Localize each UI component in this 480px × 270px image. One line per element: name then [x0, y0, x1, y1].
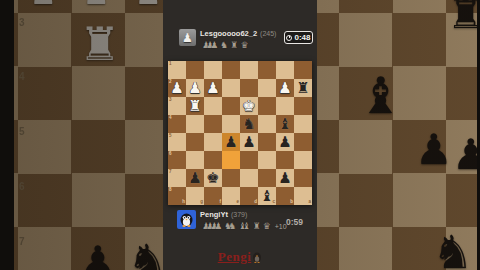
square-g2[interactable]: ♟ [186, 79, 204, 97]
rank-label: 1 [169, 62, 172, 67]
square-e8[interactable]: e [222, 187, 240, 205]
square-h4[interactable]: 4 [168, 115, 186, 133]
square-b3[interactable] [276, 97, 294, 115]
black-knight[interactable]: ♞ [240, 115, 258, 133]
square-e6[interactable] [222, 151, 240, 169]
square-b8[interactable]: b [276, 187, 294, 205]
square-a3[interactable] [294, 97, 312, 115]
square-c1[interactable] [258, 61, 276, 79]
penguin-avatar-icon [179, 212, 194, 227]
square-c4[interactable] [258, 115, 276, 133]
captured-bishop-icon: ♝ [243, 221, 251, 231]
top-player-time: 0:48 [294, 33, 310, 42]
rank-label: 5 [169, 134, 172, 139]
black-pawn[interactable]: ♟ [186, 169, 204, 187]
captured-queen-icon: ♛ [240, 40, 248, 50]
bottom-player-name-row: PengiYt(379) [200, 210, 247, 219]
captured-rook-icon: ♜ [230, 40, 238, 50]
square-e1[interactable] [222, 61, 240, 79]
black-bishop[interactable]: ♝ [276, 115, 294, 133]
left-edge-strip [0, 0, 14, 270]
square-d2[interactable] [240, 79, 258, 97]
square-e4[interactable] [222, 115, 240, 133]
square-h8[interactable]: 8h [168, 187, 186, 205]
top-player-clock: 0:48 [284, 31, 313, 44]
file-label: d [254, 200, 257, 205]
square-h3[interactable]: 3 [168, 97, 186, 115]
bottom-player-name: PengiYt [200, 210, 228, 219]
top-player-name: Lesgooooo62_2 [200, 29, 257, 38]
square-c6[interactable] [258, 151, 276, 169]
black-pawn[interactable]: ♟ [222, 133, 240, 151]
rank-label: 7 [169, 170, 172, 175]
square-b4[interactable]: ♝ [276, 115, 294, 133]
square-f4[interactable] [204, 115, 222, 133]
square-d6[interactable] [240, 151, 258, 169]
penguin-icon [252, 252, 262, 263]
captured-rook-icon: ♜ [253, 221, 261, 231]
black-pawn[interactable]: ♟ [276, 169, 294, 187]
square-f6[interactable] [204, 151, 222, 169]
file-label: h [182, 200, 185, 205]
square-f2[interactable]: ♟ [204, 79, 222, 97]
rank-label: 2 [169, 80, 172, 85]
square-a7[interactable] [294, 169, 312, 187]
material-advantage: +10 [275, 223, 287, 230]
white-king[interactable]: ♚ [240, 97, 258, 115]
square-c7[interactable] [258, 169, 276, 187]
square-h6[interactable]: 6 [168, 151, 186, 169]
square-e5[interactable]: ♟ [222, 133, 240, 151]
file-label: c [272, 200, 275, 205]
bottom-player-captured-pieces: ♟♟♟♟♞♞♝♝♜♛+10 [200, 221, 287, 231]
rank-label: 4 [169, 116, 172, 121]
bottom-player-avatar [177, 210, 196, 229]
square-g3[interactable]: ♜ [186, 97, 204, 115]
square-h2[interactable]: ♟2 [168, 79, 186, 97]
chess-piece-avatar-icon: ♟ [182, 32, 193, 44]
captured-pawn-icon: ♟ [214, 221, 222, 231]
black-pawn[interactable]: ♟ [240, 133, 258, 151]
square-a4[interactable] [294, 115, 312, 133]
white-pawn[interactable]: ♟ [186, 79, 204, 97]
square-d8[interactable]: d [240, 187, 258, 205]
square-f3[interactable] [204, 97, 222, 115]
pengi-logo: Pengi [163, 247, 317, 265]
square-a8[interactable]: a [294, 187, 312, 205]
square-d7[interactable] [240, 169, 258, 187]
top-player-avatar: ♟ [179, 29, 196, 46]
rank-label: 3 [169, 98, 172, 103]
square-b2[interactable]: ♟ [276, 79, 294, 97]
square-g6[interactable] [186, 151, 204, 169]
square-h1[interactable]: 1 [168, 61, 186, 79]
square-d4[interactable]: ♞ [240, 115, 258, 133]
chess-board[interactable]: 1♟2♟♟♟♜3♜♚4♞♝5♟♟♟67♟♚♟8hgfed♝cba [168, 61, 312, 205]
top-player-captured-pieces: ♟♟♟♞♜♛ [200, 40, 248, 50]
square-e7[interactable] [222, 169, 240, 187]
square-e2[interactable] [222, 79, 240, 97]
white-rook[interactable]: ♜ [186, 97, 204, 115]
white-pawn[interactable]: ♟ [276, 79, 294, 97]
square-d5[interactable]: ♟ [240, 133, 258, 151]
white-pawn[interactable]: ♟ [204, 79, 222, 97]
file-label: e [236, 200, 239, 205]
square-a6[interactable] [294, 151, 312, 169]
file-label: f [220, 200, 222, 205]
black-king[interactable]: ♚ [204, 169, 222, 187]
square-b7[interactable]: ♟ [276, 169, 294, 187]
square-c3[interactable] [258, 97, 276, 115]
file-label: g [200, 200, 203, 205]
square-g5[interactable] [186, 133, 204, 151]
square-g1[interactable] [186, 61, 204, 79]
square-g7[interactable]: ♟ [186, 169, 204, 187]
square-g4[interactable] [186, 115, 204, 133]
square-e3[interactable] [222, 97, 240, 115]
square-c8[interactable]: ♝c [258, 187, 276, 205]
captured-queen-icon: ♛ [263, 221, 271, 231]
file-label: a [308, 200, 311, 205]
captured-pawn-icon: ♟ [210, 40, 218, 50]
square-d1[interactable] [240, 61, 258, 79]
rank-label: 6 [169, 152, 172, 157]
captured-knight-icon: ♞ [220, 40, 228, 50]
square-f5[interactable] [204, 133, 222, 151]
square-f7[interactable]: ♚ [204, 169, 222, 187]
top-player-rating: (245) [260, 30, 276, 37]
square-b1[interactable] [276, 61, 294, 79]
square-g8[interactable]: g [186, 187, 204, 205]
clock-icon [286, 35, 292, 41]
square-b5[interactable]: ♟ [276, 133, 294, 151]
square-c5[interactable] [258, 133, 276, 151]
file-label: b [290, 200, 293, 205]
square-c2[interactable] [258, 79, 276, 97]
square-b6[interactable] [276, 151, 294, 169]
square-f1[interactable] [204, 61, 222, 79]
square-f8[interactable]: f [204, 187, 222, 205]
pengi-logo-text: Pengi [218, 249, 252, 264]
square-h7[interactable]: 7 [168, 169, 186, 187]
square-a5[interactable] [294, 133, 312, 151]
square-h5[interactable]: 5 [168, 133, 186, 151]
square-a2[interactable]: ♜ [294, 79, 312, 97]
captured-knight-icon: ♞ [228, 221, 236, 231]
square-a1[interactable] [294, 61, 312, 79]
black-rook[interactable]: ♜ [294, 79, 312, 97]
bottom-player-clock: 0:59 [286, 217, 303, 227]
square-d3[interactable]: ♚ [240, 97, 258, 115]
rank-label: 8 [169, 188, 172, 193]
bottom-player-rating: (379) [231, 211, 247, 218]
top-player-name-row: Lesgooooo62_2(245) [200, 29, 276, 38]
game-panel: ♟ Lesgooooo62_2(245) ♟♟♟♞♜♛ 0:48 1♟2♟♟♟♜… [163, 0, 317, 270]
black-pawn[interactable]: ♟ [276, 133, 294, 151]
